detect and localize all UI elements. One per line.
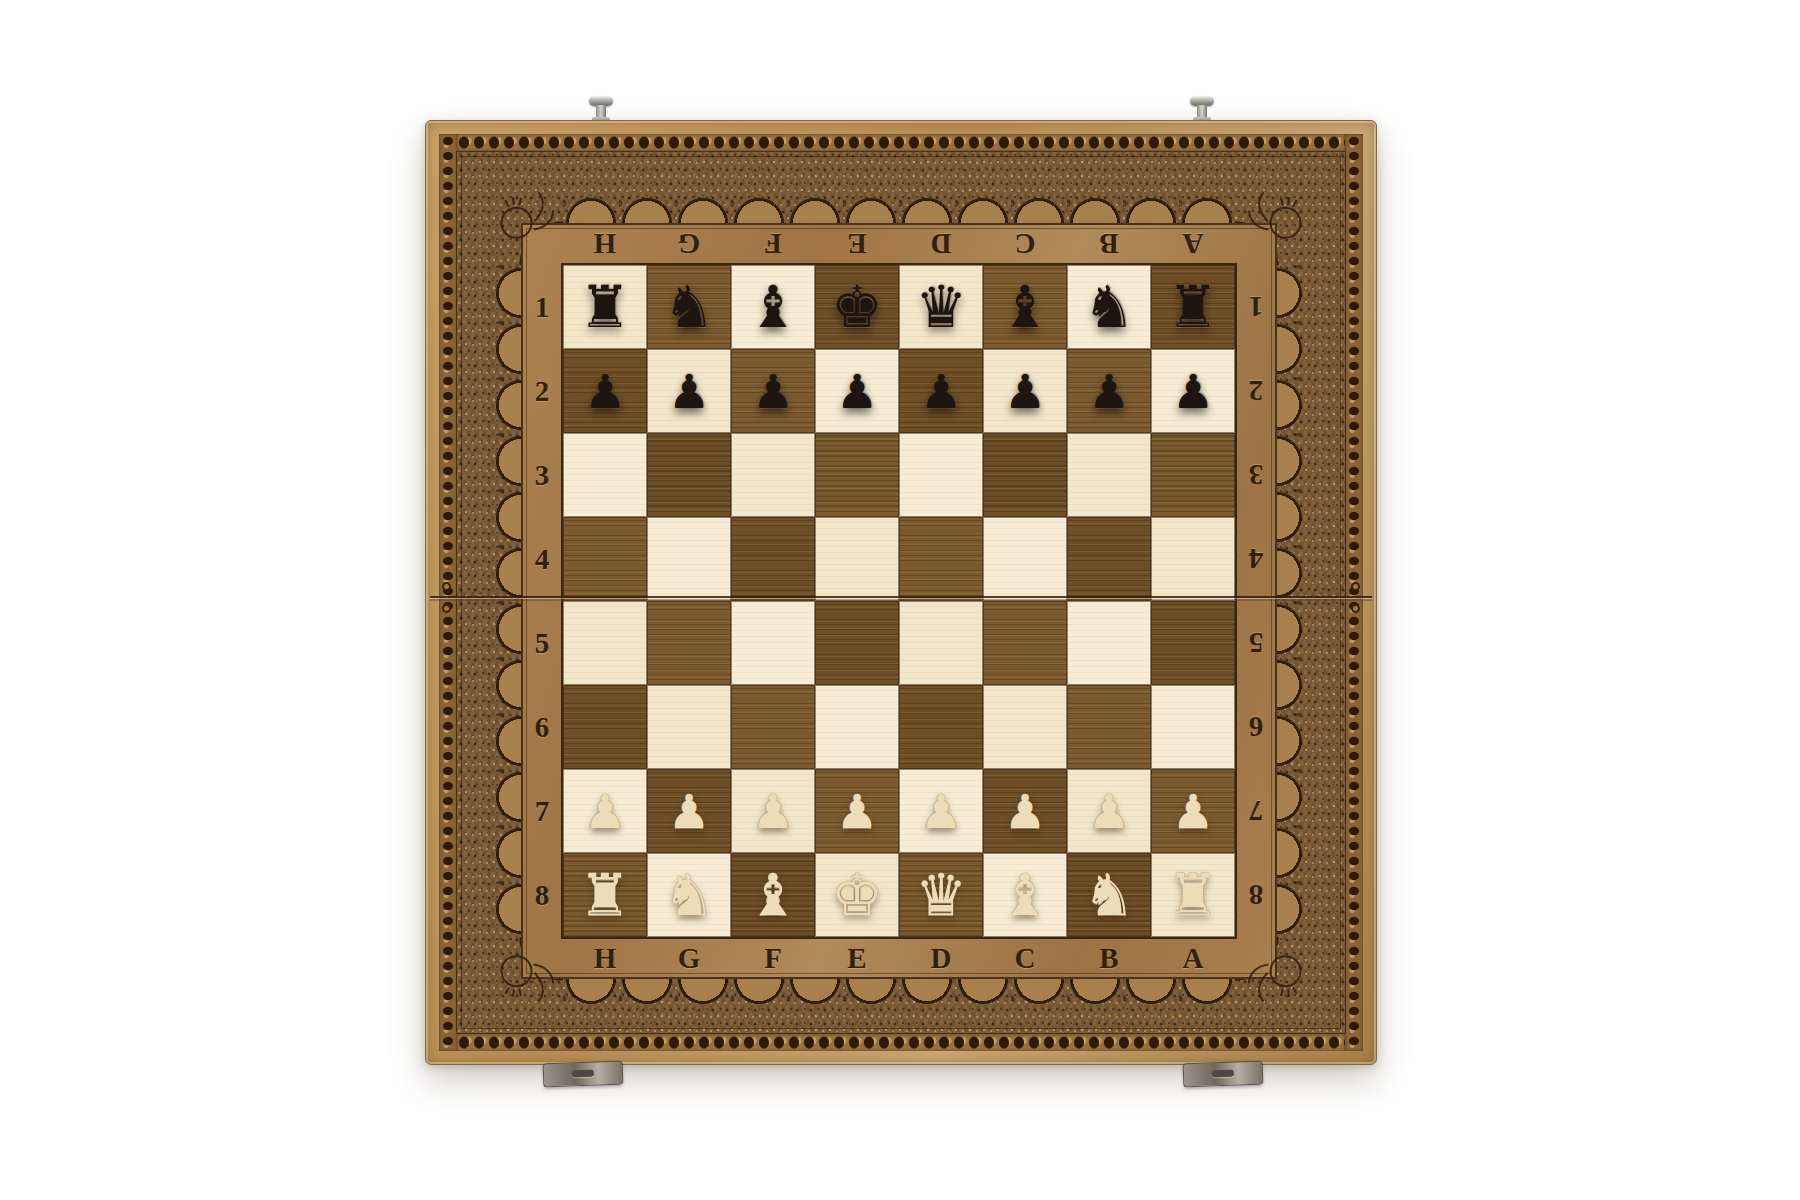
- files-top-f: F: [731, 223, 815, 265]
- files-top-g: G: [647, 223, 731, 265]
- square-e7[interactable]: ♟: [815, 769, 899, 853]
- square-c7[interactable]: ♟: [983, 769, 1067, 853]
- files-top-h: H: [563, 223, 647, 265]
- square-e4[interactable]: [815, 517, 899, 601]
- ranks-right-6: 6: [1235, 685, 1277, 769]
- ranks-left-3: 3: [521, 433, 563, 517]
- square-g5[interactable]: [647, 601, 731, 685]
- square-b3[interactable]: [1067, 433, 1151, 517]
- square-e3[interactable]: [815, 433, 899, 517]
- piece-white-pawn[interactable]: ♟: [1172, 788, 1214, 835]
- square-f7[interactable]: ♟: [731, 769, 815, 853]
- piece-black-pawn[interactable]: ♟: [920, 368, 962, 415]
- square-d8[interactable]: ♛: [899, 853, 983, 937]
- chess-board[interactable]: ♜♞♝♚♛♝♞♜♟♟♟♟♟♟♟♟♟♟♟♟♟♟♟♟♜♞♝♚♛♝♞♜: [561, 263, 1237, 939]
- square-f2[interactable]: ♟: [731, 349, 815, 433]
- chess-box: HGFEDCBA HGFEDCBA 12345678 12345678 ♜♞♝♚…: [425, 120, 1377, 1065]
- piece-white-pawn[interactable]: ♟: [584, 788, 626, 835]
- square-e1[interactable]: ♚: [815, 265, 899, 349]
- piece-black-bishop[interactable]: ♝: [999, 278, 1051, 336]
- piece-white-pawn[interactable]: ♟: [668, 788, 710, 835]
- ranks-right-5: 5: [1235, 601, 1277, 685]
- square-a6[interactable]: [1151, 685, 1235, 769]
- square-d5[interactable]: [899, 601, 983, 685]
- square-c8[interactable]: ♝: [983, 853, 1067, 937]
- pomegranate-motif-icon: [481, 934, 562, 1015]
- square-f1[interactable]: ♝: [731, 265, 815, 349]
- piece-black-rook[interactable]: ♜: [1167, 278, 1219, 336]
- square-h4[interactable]: [563, 517, 647, 601]
- square-f3[interactable]: [731, 433, 815, 517]
- ranks-left-2: 2: [521, 349, 563, 433]
- piece-white-bishop[interactable]: ♝: [747, 866, 799, 924]
- square-g8[interactable]: ♞: [647, 853, 731, 937]
- piece-black-pawn[interactable]: ♟: [836, 368, 878, 415]
- files-bottom-h: H: [563, 937, 647, 979]
- files-top-e: E: [815, 223, 899, 265]
- square-g3[interactable]: [647, 433, 731, 517]
- square-h3[interactable]: [563, 433, 647, 517]
- rank-labels-right: 12345678: [1235, 265, 1277, 937]
- square-a3[interactable]: [1151, 433, 1235, 517]
- square-h8[interactable]: ♜: [563, 853, 647, 937]
- piece-black-bishop[interactable]: ♝: [747, 278, 799, 336]
- square-h7[interactable]: ♟: [563, 769, 647, 853]
- square-b5[interactable]: [1067, 601, 1151, 685]
- ranks-left-1: 1: [521, 265, 563, 349]
- piece-black-pawn[interactable]: ♟: [752, 368, 794, 415]
- ranks-right-4: 4: [1235, 517, 1277, 601]
- square-a2[interactable]: ♟: [1151, 349, 1235, 433]
- square-b4[interactable]: [1067, 517, 1151, 601]
- piece-white-pawn[interactable]: ♟: [920, 788, 962, 835]
- piece-white-rook[interactable]: ♜: [579, 866, 631, 924]
- files-bottom-e: E: [815, 937, 899, 979]
- piece-white-knight[interactable]: ♞: [663, 866, 715, 924]
- hinge-knob-icon: [1189, 96, 1215, 123]
- files-bottom-b: B: [1067, 937, 1151, 979]
- seam-knuckle-icon: [1351, 582, 1360, 591]
- piece-white-pawn[interactable]: ♟: [1004, 788, 1046, 835]
- square-f6[interactable]: [731, 685, 815, 769]
- ranks-left-6: 6: [521, 685, 563, 769]
- ranks-left-7: 7: [521, 769, 563, 853]
- files-bottom-d: D: [899, 937, 983, 979]
- piece-white-bishop[interactable]: ♝: [999, 866, 1051, 924]
- ranks-right-7: 7: [1235, 769, 1277, 853]
- bead-border-top: [457, 134, 1345, 151]
- fold-seam: [430, 596, 1372, 601]
- square-c2[interactable]: ♟: [983, 349, 1067, 433]
- square-d6[interactable]: [899, 685, 983, 769]
- piece-black-pawn[interactable]: ♟: [584, 368, 626, 415]
- files-top-d: D: [899, 223, 983, 265]
- square-e2[interactable]: ♟: [815, 349, 899, 433]
- square-d7[interactable]: ♟: [899, 769, 983, 853]
- square-b2[interactable]: ♟: [1067, 349, 1151, 433]
- seam-knuckle-icon: [1351, 604, 1360, 613]
- file-labels-top: HGFEDCBA: [563, 223, 1235, 265]
- piece-white-pawn[interactable]: ♟: [752, 788, 794, 835]
- square-h1[interactable]: ♜: [563, 265, 647, 349]
- square-h2[interactable]: ♟: [563, 349, 647, 433]
- piece-black-knight[interactable]: ♞: [1083, 278, 1135, 336]
- ranks-left-4: 4: [521, 517, 563, 601]
- braid-border-left: [439, 134, 457, 1051]
- clasp-latch-icon[interactable]: [543, 1061, 624, 1088]
- ranks-right-3: 3: [1235, 433, 1277, 517]
- piece-black-pawn[interactable]: ♟: [1088, 368, 1130, 415]
- ranks-left-5: 5: [521, 601, 563, 685]
- square-b7[interactable]: ♟: [1067, 769, 1151, 853]
- square-b6[interactable]: [1067, 685, 1151, 769]
- square-h6[interactable]: [563, 685, 647, 769]
- piece-black-pawn[interactable]: ♟: [668, 368, 710, 415]
- square-h5[interactable]: [563, 601, 647, 685]
- square-d3[interactable]: [899, 433, 983, 517]
- square-g2[interactable]: ♟: [647, 349, 731, 433]
- piece-white-knight[interactable]: ♞: [1083, 866, 1135, 924]
- files-bottom-a: A: [1151, 937, 1235, 979]
- square-c6[interactable]: [983, 685, 1067, 769]
- ranks-right-1: 1: [1235, 265, 1277, 349]
- square-c3[interactable]: [983, 433, 1067, 517]
- braid-border-right: [1345, 134, 1363, 1051]
- piece-black-pawn[interactable]: ♟: [1004, 368, 1046, 415]
- pomegranate-motif-icon: [481, 178, 562, 259]
- piece-black-king[interactable]: ♚: [831, 278, 883, 336]
- piece-white-queen[interactable]: ♛: [915, 866, 967, 924]
- square-c5[interactable]: [983, 601, 1067, 685]
- clasp-latch-icon[interactable]: [1183, 1061, 1264, 1088]
- square-g4[interactable]: [647, 517, 731, 601]
- files-bottom-c: C: [983, 937, 1067, 979]
- piece-white-rook[interactable]: ♜: [1167, 866, 1219, 924]
- piece-white-pawn[interactable]: ♟: [836, 788, 878, 835]
- square-a8[interactable]: ♜: [1151, 853, 1235, 937]
- pomegranate-motif-icon: [1239, 934, 1320, 1015]
- files-top-b: B: [1067, 223, 1151, 265]
- piece-white-pawn[interactable]: ♟: [1088, 788, 1130, 835]
- square-e8[interactable]: ♚: [815, 853, 899, 937]
- square-g7[interactable]: ♟: [647, 769, 731, 853]
- square-a1[interactable]: ♜: [1151, 265, 1235, 349]
- ranks-right-8: 8: [1235, 853, 1277, 937]
- square-e5[interactable]: [815, 601, 899, 685]
- square-d2[interactable]: ♟: [899, 349, 983, 433]
- hinge-knob-icon: [588, 96, 614, 123]
- files-bottom-g: G: [647, 937, 731, 979]
- square-d4[interactable]: [899, 517, 983, 601]
- pomegranate-motif-icon: [1239, 178, 1320, 259]
- square-f8[interactable]: ♝: [731, 853, 815, 937]
- files-top-a: A: [1151, 223, 1235, 265]
- file-labels-bottom: HGFEDCBA: [563, 937, 1235, 979]
- files-top-c: C: [983, 223, 1067, 265]
- square-f5[interactable]: [731, 601, 815, 685]
- photo-background: HGFEDCBA HGFEDCBA 12345678 12345678 ♜♞♝♚…: [0, 0, 1800, 1200]
- square-b1[interactable]: ♞: [1067, 265, 1151, 349]
- piece-black-pawn[interactable]: ♟: [1172, 368, 1214, 415]
- piece-black-knight[interactable]: ♞: [663, 278, 715, 336]
- piece-black-rook[interactable]: ♜: [579, 278, 631, 336]
- square-a4[interactable]: [1151, 517, 1235, 601]
- square-d1[interactable]: ♛: [899, 265, 983, 349]
- seam-knuckle-icon: [442, 604, 451, 613]
- square-e6[interactable]: [815, 685, 899, 769]
- square-a5[interactable]: [1151, 601, 1235, 685]
- square-f4[interactable]: [731, 517, 815, 601]
- square-g6[interactable]: [647, 685, 731, 769]
- ranks-left-8: 8: [521, 853, 563, 937]
- bead-border-bottom: [457, 1034, 1345, 1051]
- square-a7[interactable]: ♟: [1151, 769, 1235, 853]
- piece-black-queen[interactable]: ♛: [915, 278, 967, 336]
- rank-labels-left: 12345678: [521, 265, 563, 937]
- square-c1[interactable]: ♝: [983, 265, 1067, 349]
- square-g1[interactable]: ♞: [647, 265, 731, 349]
- square-c4[interactable]: [983, 517, 1067, 601]
- piece-white-king[interactable]: ♚: [831, 866, 883, 924]
- files-bottom-f: F: [731, 937, 815, 979]
- ranks-right-2: 2: [1235, 349, 1277, 433]
- square-b8[interactable]: ♞: [1067, 853, 1151, 937]
- seam-knuckle-icon: [442, 582, 451, 591]
